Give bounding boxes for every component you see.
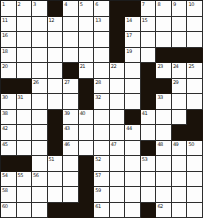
white-cell-r12c12[interactable] <box>172 172 188 188</box>
clue-number: 3 <box>33 1 36 7</box>
clue-number: 43 <box>64 125 69 131</box>
white-cell-r9c9[interactable]: 44 <box>125 125 141 141</box>
black-cell-r6c10 <box>141 79 157 95</box>
white-cell-r6c12[interactable]: 29 <box>172 79 188 95</box>
clue-number: 41 <box>142 110 147 116</box>
white-cell-r13c3[interactable] <box>32 187 48 203</box>
white-cell-r12c10[interactable] <box>141 172 157 188</box>
clue-number: 42 <box>2 125 7 131</box>
white-cell-r6c5[interactable]: 27 <box>63 79 79 95</box>
clue-number: 2 <box>18 1 21 7</box>
clue-number: 40 <box>80 110 85 116</box>
white-cell-r13c11[interactable] <box>156 187 172 203</box>
crossword-board: 1234567891011121314151617181920212223242… <box>0 0 203 218</box>
clue-number: 27 <box>64 79 69 85</box>
white-cell-r10c6[interactable] <box>79 141 95 157</box>
white-cell-r13c8[interactable] <box>110 187 126 203</box>
clue-number: 11 <box>2 17 7 23</box>
clue-number: 4 <box>64 1 67 7</box>
clue-number: 1 <box>2 1 5 7</box>
white-cell-r2c7[interactable]: 13 <box>94 17 110 33</box>
white-cell-r8c3[interactable] <box>32 110 48 126</box>
clue-number: 32 <box>95 94 100 100</box>
clue-number: 45 <box>2 141 7 147</box>
white-cell-r1c6[interactable]: 5 <box>79 1 95 17</box>
white-cell-r3c2[interactable] <box>17 32 33 48</box>
white-cell-r2c6[interactable] <box>79 17 95 33</box>
white-cell-r14c8[interactable] <box>110 203 126 219</box>
white-cell-r12c3[interactable]: 56 <box>32 172 48 188</box>
white-cell-r12c2[interactable]: 55 <box>17 172 33 188</box>
white-cell-r9c8[interactable] <box>110 125 126 141</box>
clue-number: 22 <box>111 63 116 69</box>
white-cell-r4c3[interactable] <box>32 48 48 64</box>
white-cell-r3c12[interactable] <box>172 32 188 48</box>
white-cell-r8c5[interactable]: 39 <box>63 110 79 126</box>
white-cell-r2c3[interactable] <box>32 17 48 33</box>
white-cell-r10c3[interactable] <box>32 141 48 157</box>
clue-number: 51 <box>49 156 54 162</box>
white-cell-r5c2[interactable] <box>17 63 33 79</box>
white-cell-r5c4[interactable] <box>48 63 64 79</box>
clue-number: 39 <box>64 110 69 116</box>
clue-number: 23 <box>157 63 162 69</box>
white-cell-r4c6[interactable] <box>79 48 95 64</box>
white-cell-r12c7[interactable]: 57 <box>94 172 110 188</box>
white-cell-r4c10[interactable] <box>141 48 157 64</box>
clue-number: 9 <box>173 1 176 7</box>
white-cell-r10c7[interactable] <box>94 141 110 157</box>
black-cell-r5c10 <box>141 63 157 79</box>
white-cell-r7c4[interactable] <box>48 94 64 110</box>
clue-number: 44 <box>126 125 131 131</box>
clue-number: 25 <box>188 63 193 69</box>
black-cell-r9c13 <box>187 125 203 141</box>
clue-number: 33 <box>157 94 162 100</box>
black-cell-r6c2 <box>17 79 33 95</box>
clue-number: 29 <box>173 79 178 85</box>
clue-number: 17 <box>126 32 131 38</box>
clue-number: 16 <box>2 32 7 38</box>
clue-number: 6 <box>95 1 98 7</box>
white-cell-r10c8[interactable]: 47 <box>110 141 126 157</box>
white-cell-r11c8[interactable] <box>110 156 126 172</box>
black-cell-r6c1 <box>1 79 17 95</box>
white-cell-r4c1[interactable]: 18 <box>1 48 17 64</box>
white-cell-r6c4[interactable] <box>48 79 64 95</box>
white-cell-r9c3[interactable] <box>32 125 48 141</box>
black-cell-r2c8 <box>110 17 126 33</box>
white-cell-r3c5[interactable] <box>63 32 79 48</box>
white-cell-r1c12[interactable]: 9 <box>172 1 188 17</box>
white-cell-r14c13[interactable] <box>187 203 203 219</box>
black-cell-r14c4 <box>48 203 64 219</box>
black-cell-r12c6 <box>79 172 95 188</box>
white-cell-r11c7[interactable]: 52 <box>94 156 110 172</box>
clue-number: 15 <box>142 17 147 23</box>
white-cell-r7c8[interactable] <box>110 94 126 110</box>
white-cell-r3c7[interactable] <box>94 32 110 48</box>
black-cell-r6c11 <box>156 79 172 95</box>
black-cell-r6c6 <box>79 79 95 95</box>
black-cell-r13c6 <box>79 187 95 203</box>
white-cell-r9c7[interactable] <box>94 125 110 141</box>
white-cell-r9c1[interactable]: 42 <box>1 125 17 141</box>
clue-number: 57 <box>95 172 100 178</box>
white-cell-r13c1[interactable]: 58 <box>1 187 17 203</box>
clue-number: 31 <box>18 94 23 100</box>
black-cell-r11c1 <box>1 156 17 172</box>
white-cell-r11c5[interactable] <box>63 156 79 172</box>
white-cell-r10c5[interactable]: 46 <box>63 141 79 157</box>
clue-number: 53 <box>142 156 147 162</box>
white-cell-r10c11[interactable]: 48 <box>156 141 172 157</box>
white-cell-r7c1[interactable]: 30 <box>1 94 17 110</box>
white-cell-r13c4[interactable] <box>48 187 64 203</box>
clue-number: 55 <box>18 172 23 178</box>
white-cell-r2c1[interactable]: 11 <box>1 17 17 33</box>
black-cell-r7c10 <box>141 94 157 110</box>
clue-number: 28 <box>95 79 100 85</box>
white-cell-r9c11[interactable] <box>156 125 172 141</box>
white-cell-r8c2[interactable] <box>17 110 33 126</box>
white-cell-r5c13[interactable]: 25 <box>187 63 203 79</box>
white-cell-r1c3[interactable]: 3 <box>32 1 48 17</box>
white-cell-r5c11[interactable]: 23 <box>156 63 172 79</box>
white-cell-r1c2[interactable]: 2 <box>17 1 33 17</box>
white-cell-r4c2[interactable] <box>17 48 33 64</box>
black-cell-r1c8 <box>110 1 126 17</box>
white-cell-r14c1[interactable]: 60 <box>1 203 17 219</box>
black-cell-r10c4 <box>48 141 64 157</box>
white-cell-r2c9[interactable]: 14 <box>125 17 141 33</box>
white-cell-r11c3[interactable] <box>32 156 48 172</box>
white-cell-r3c10[interactable] <box>141 32 157 48</box>
white-cell-r1c1[interactable]: 1 <box>1 1 17 17</box>
white-cell-r13c12[interactable] <box>172 187 188 203</box>
black-cell-r9c4 <box>48 125 64 141</box>
white-cell-r14c7[interactable]: 61 <box>94 203 110 219</box>
white-cell-r12c9[interactable] <box>125 172 141 188</box>
white-cell-r3c9[interactable]: 17 <box>125 32 141 48</box>
clue-number: 56 <box>33 172 38 178</box>
clue-number: 24 <box>173 63 178 69</box>
black-cell-r14c10 <box>141 203 157 219</box>
white-cell-r10c2[interactable] <box>17 141 33 157</box>
white-cell-r3c3[interactable] <box>32 32 48 48</box>
white-cell-r7c7[interactable]: 32 <box>94 94 110 110</box>
white-cell-r9c5[interactable]: 43 <box>63 125 79 141</box>
white-cell-r14c11[interactable]: 62 <box>156 203 172 219</box>
white-cell-r9c6[interactable] <box>79 125 95 141</box>
clue-number: 50 <box>188 141 193 147</box>
clue-number: 38 <box>2 110 7 116</box>
white-cell-r1c13[interactable]: 10 <box>187 1 203 17</box>
white-cell-r8c7[interactable] <box>94 110 110 126</box>
white-cell-r11c12[interactable] <box>172 156 188 172</box>
clue-number: 62 <box>157 203 162 209</box>
white-cell-r6c7[interactable]: 28 <box>94 79 110 95</box>
white-cell-r5c1[interactable]: 20 <box>1 63 17 79</box>
black-cell-r8c13 <box>187 110 203 126</box>
white-cell-r1c7[interactable]: 6 <box>94 1 110 17</box>
white-cell-r14c9[interactable] <box>125 203 141 219</box>
clue-number: 54 <box>2 172 7 178</box>
white-cell-r12c8[interactable] <box>110 172 126 188</box>
black-cell-r5c5 <box>63 63 79 79</box>
white-cell-r5c12[interactable]: 24 <box>172 63 188 79</box>
white-cell-r7c12[interactable] <box>172 94 188 110</box>
white-cell-r8c8[interactable] <box>110 110 126 126</box>
clue-number: 58 <box>2 187 7 193</box>
white-cell-r13c10[interactable] <box>141 187 157 203</box>
clue-number: 48 <box>157 141 162 147</box>
white-cell-r8c10[interactable]: 41 <box>141 110 157 126</box>
black-cell-r11c2 <box>17 156 33 172</box>
black-cell-r8c9 <box>125 110 141 126</box>
white-cell-r10c13[interactable]: 50 <box>187 141 203 157</box>
white-cell-r5c9[interactable] <box>125 63 141 79</box>
white-cell-r2c4[interactable]: 12 <box>48 17 64 33</box>
black-cell-r3c8 <box>110 32 126 48</box>
white-cell-r4c9[interactable]: 19 <box>125 48 141 64</box>
clue-number: 59 <box>95 187 100 193</box>
clue-number: 30 <box>2 94 7 100</box>
white-cell-r13c9[interactable] <box>125 187 141 203</box>
white-cell-r11c13[interactable] <box>187 156 203 172</box>
black-cell-r9c12 <box>172 125 188 141</box>
white-cell-r5c6[interactable]: 21 <box>79 63 95 79</box>
clue-number: 12 <box>49 17 54 23</box>
black-cell-r14c5 <box>63 203 79 219</box>
white-cell-r7c13[interactable] <box>187 94 203 110</box>
white-cell-r13c5[interactable] <box>63 187 79 203</box>
white-cell-r11c10[interactable]: 53 <box>141 156 157 172</box>
white-cell-r14c12[interactable] <box>172 203 188 219</box>
black-cell-r11c6 <box>79 156 95 172</box>
black-cell-r1c4 <box>48 1 64 17</box>
white-cell-r2c13[interactable] <box>187 17 203 33</box>
black-cell-r4c13 <box>187 48 203 64</box>
white-cell-r12c1[interactable]: 54 <box>1 172 17 188</box>
white-cell-r7c11[interactable]: 33 <box>156 94 172 110</box>
white-cell-r6c9[interactable] <box>125 79 141 95</box>
white-cell-r6c8[interactable] <box>110 79 126 95</box>
crossword-grid: 1234567891011121314151617181920212223242… <box>0 0 203 218</box>
white-cell-r12c13[interactable] <box>187 172 203 188</box>
white-cell-r2c2[interactable] <box>17 17 33 33</box>
white-cell-r12c11[interactable] <box>156 172 172 188</box>
white-cell-r12c4[interactable] <box>48 172 64 188</box>
white-cell-r3c11[interactable] <box>156 32 172 48</box>
white-cell-r11c9[interactable] <box>125 156 141 172</box>
white-cell-r4c5[interactable] <box>63 48 79 64</box>
white-cell-r2c12[interactable] <box>172 17 188 33</box>
black-cell-r4c12 <box>172 48 188 64</box>
black-cell-r8c4 <box>48 110 64 126</box>
clue-number: 18 <box>2 48 7 54</box>
clue-number: 47 <box>111 141 116 147</box>
white-cell-r8c12[interactable] <box>172 110 188 126</box>
clue-number: 14 <box>126 17 131 23</box>
white-cell-r3c4[interactable] <box>48 32 64 48</box>
white-cell-r13c2[interactable] <box>17 187 33 203</box>
white-cell-r5c3[interactable] <box>32 63 48 79</box>
clue-number: 21 <box>80 63 85 69</box>
white-cell-r1c5[interactable]: 4 <box>63 1 79 17</box>
white-cell-r6c13[interactable] <box>187 79 203 95</box>
white-cell-r13c13[interactable] <box>187 187 203 203</box>
white-cell-r5c7[interactable] <box>94 63 110 79</box>
white-cell-r12c5[interactable] <box>63 172 79 188</box>
white-cell-r4c7[interactable] <box>94 48 110 64</box>
white-cell-r7c3[interactable] <box>32 94 48 110</box>
white-cell-r10c9[interactable] <box>125 141 141 157</box>
white-cell-r7c2[interactable]: 31 <box>17 94 33 110</box>
white-cell-r1c10[interactable]: 7 <box>141 1 157 17</box>
clue-number: 49 <box>173 141 178 147</box>
clue-number: 8 <box>157 1 160 7</box>
white-cell-r13c7[interactable]: 59 <box>94 187 110 203</box>
clue-number: 20 <box>2 63 7 69</box>
black-cell-r4c11 <box>156 48 172 64</box>
clue-number: 26 <box>33 79 38 85</box>
white-cell-r6c3[interactable]: 26 <box>32 79 48 95</box>
clue-number: 10 <box>188 1 193 7</box>
white-cell-r8c6[interactable]: 40 <box>79 110 95 126</box>
clue-number: 46 <box>64 141 69 147</box>
white-cell-r9c10[interactable] <box>141 125 157 141</box>
white-cell-r2c5[interactable] <box>63 17 79 33</box>
white-cell-r4c4[interactable] <box>48 48 64 64</box>
white-cell-r1c11[interactable]: 8 <box>156 1 172 17</box>
white-cell-r5c8[interactable]: 22 <box>110 63 126 79</box>
black-cell-r1c9 <box>125 1 141 17</box>
clue-number: 19 <box>126 48 131 54</box>
black-cell-r14c6 <box>79 203 95 219</box>
clue-number: 7 <box>142 1 145 7</box>
white-cell-r7c5[interactable] <box>63 94 79 110</box>
white-cell-r11c11[interactable] <box>156 156 172 172</box>
clue-number: 61 <box>95 203 100 209</box>
white-cell-r3c6[interactable] <box>79 32 95 48</box>
clue-number: 5 <box>80 1 83 7</box>
clue-number: 60 <box>2 203 7 209</box>
clue-number: 13 <box>95 17 100 23</box>
clue-number: 52 <box>95 156 100 162</box>
white-cell-r11c4[interactable]: 51 <box>48 156 64 172</box>
white-cell-r2c10[interactable]: 15 <box>141 17 157 33</box>
white-cell-r3c13[interactable] <box>187 32 203 48</box>
white-cell-r14c2[interactable] <box>17 203 33 219</box>
black-cell-r4c8 <box>110 48 126 64</box>
white-cell-r7c9[interactable] <box>125 94 141 110</box>
white-cell-r2c11[interactable] <box>156 17 172 33</box>
white-cell-r3c1[interactable]: 16 <box>1 32 17 48</box>
black-cell-r7c6 <box>79 94 95 110</box>
white-cell-r9c2[interactable] <box>17 125 33 141</box>
white-cell-r8c1[interactable]: 38 <box>1 110 17 126</box>
white-cell-r10c1[interactable]: 45 <box>1 141 17 157</box>
white-cell-r8c11[interactable] <box>156 110 172 126</box>
white-cell-r10c12[interactable]: 49 <box>172 141 188 157</box>
white-cell-r14c3[interactable] <box>32 203 48 219</box>
black-cell-r10c10 <box>141 141 157 157</box>
